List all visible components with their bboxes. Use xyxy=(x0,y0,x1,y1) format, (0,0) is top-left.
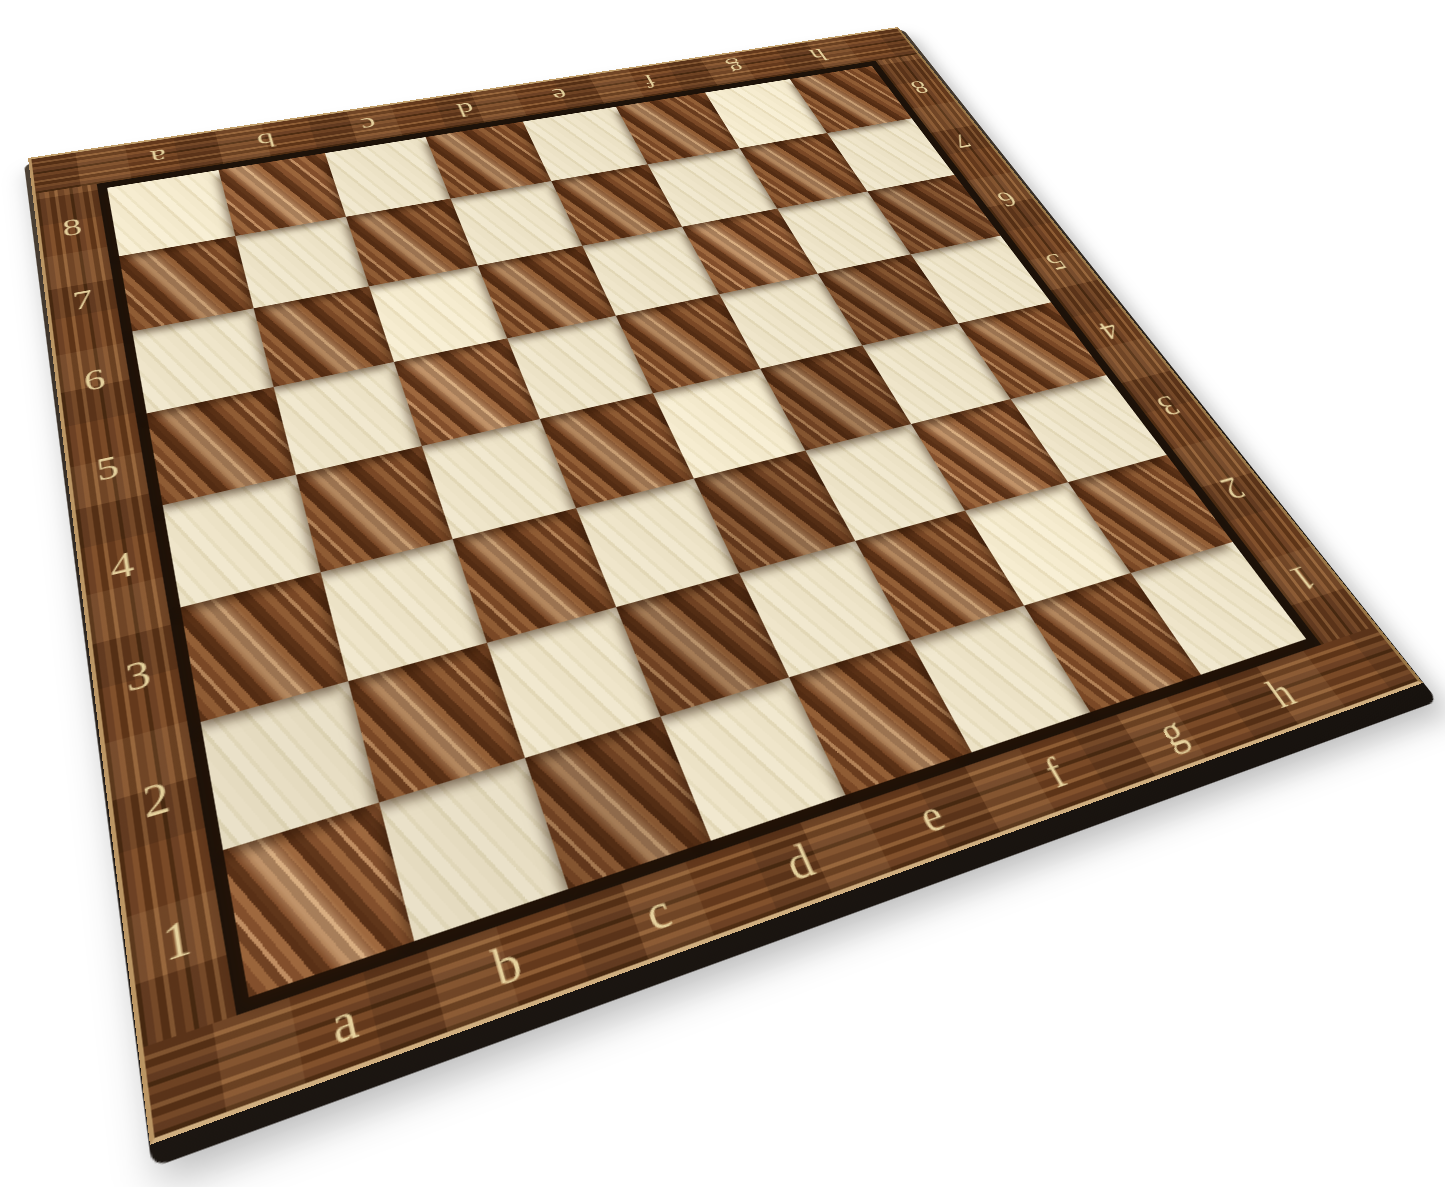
chess-board: aa88bb77cc66dd55ee44ff33gg22hh11 xyxy=(28,27,1423,1145)
photo-background: aa88bb77cc66dd55ee44ff33gg22hh11 xyxy=(0,0,1445,1187)
